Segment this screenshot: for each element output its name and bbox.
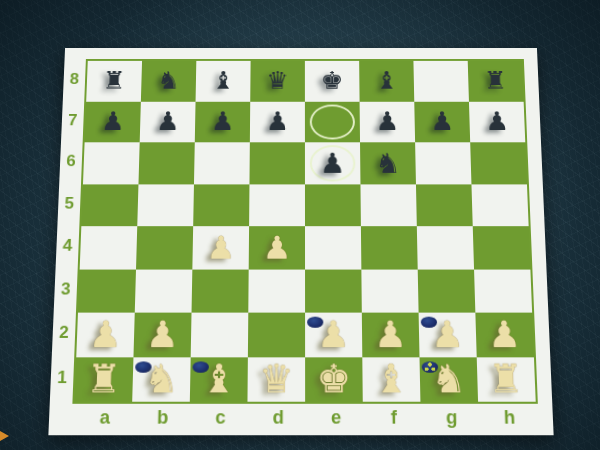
piece-white-pawn[interactable]: ♟ bbox=[305, 313, 362, 357]
square-d4[interactable]: ♟ bbox=[249, 226, 305, 269]
square-g8[interactable] bbox=[413, 61, 469, 101]
piece-black-queen[interactable]: ♛ bbox=[250, 61, 305, 101]
square-f5[interactable] bbox=[360, 184, 416, 226]
piece-black-bishop[interactable]: ♝ bbox=[196, 61, 251, 101]
piece-black-pawn[interactable]: ♟ bbox=[469, 101, 525, 142]
rank-label-2: 2 bbox=[52, 311, 76, 355]
piece-black-king[interactable]: ♚ bbox=[305, 61, 360, 101]
square-g2[interactable]: ♟ bbox=[419, 313, 477, 357]
square-a6[interactable] bbox=[83, 142, 140, 184]
square-e2[interactable]: ♟ bbox=[305, 313, 362, 357]
square-c7[interactable]: ♟ bbox=[195, 101, 250, 142]
square-e7[interactable] bbox=[305, 101, 360, 142]
square-f8[interactable]: ♝ bbox=[359, 61, 414, 101]
square-c8[interactable]: ♝ bbox=[196, 61, 251, 101]
square-g6[interactable] bbox=[415, 142, 471, 184]
square-d5[interactable] bbox=[249, 184, 305, 226]
piece-white-knight[interactable]: ♞ bbox=[132, 357, 191, 402]
piece-black-knight[interactable]: ♞ bbox=[360, 142, 416, 184]
square-e1[interactable]: ♚ bbox=[305, 357, 363, 402]
square-b7[interactable]: ♟ bbox=[140, 101, 196, 142]
piece-white-king[interactable]: ♚ bbox=[305, 357, 363, 402]
square-e5[interactable] bbox=[305, 184, 361, 226]
square-a3[interactable] bbox=[78, 269, 136, 313]
file-labels: abcdefgh bbox=[75, 404, 539, 431]
piece-black-pawn[interactable]: ♟ bbox=[85, 101, 141, 142]
square-a8[interactable]: ♜ bbox=[86, 61, 142, 101]
square-a7[interactable]: ♟ bbox=[85, 101, 141, 142]
square-d6[interactable] bbox=[249, 142, 304, 184]
piece-white-pawn[interactable]: ♟ bbox=[192, 226, 249, 269]
square-h2[interactable]: ♟ bbox=[475, 313, 534, 357]
square-a2[interactable]: ♟ bbox=[76, 313, 134, 357]
piece-black-pawn[interactable]: ♟ bbox=[305, 142, 361, 184]
square-g1[interactable]: ♞ bbox=[419, 357, 478, 402]
square-d2[interactable] bbox=[248, 313, 305, 357]
piece-white-pawn[interactable]: ♟ bbox=[76, 313, 134, 357]
rank-label-4: 4 bbox=[56, 224, 80, 267]
square-b6[interactable] bbox=[138, 142, 194, 184]
chess-board-grid: ♜♞♝♛♚♝♜♟♟♟♟♟♟♟♟♞♟♟♟♟♟♟♟♟♜♞♝♛♚♝♞♜ bbox=[72, 59, 537, 404]
piece-white-pawn[interactable]: ♟ bbox=[133, 313, 191, 357]
square-b3[interactable] bbox=[135, 269, 193, 313]
piece-white-queen[interactable]: ♛ bbox=[247, 357, 305, 402]
rank-label-6: 6 bbox=[59, 140, 82, 182]
piece-white-pawn[interactable]: ♟ bbox=[475, 313, 534, 357]
file-label-a: a bbox=[75, 404, 134, 431]
square-e6[interactable]: ♟ bbox=[305, 142, 361, 184]
file-label-f: f bbox=[365, 404, 423, 431]
square-e8[interactable]: ♚ bbox=[305, 61, 360, 101]
square-e3[interactable] bbox=[305, 269, 362, 313]
square-f2[interactable]: ♟ bbox=[362, 313, 420, 357]
piece-black-pawn[interactable]: ♟ bbox=[140, 101, 196, 142]
square-b8[interactable]: ♞ bbox=[141, 61, 196, 101]
square-h5[interactable] bbox=[471, 184, 528, 226]
piece-black-rook[interactable]: ♜ bbox=[86, 61, 142, 101]
square-c1[interactable]: ♝ bbox=[190, 357, 248, 402]
square-a1[interactable]: ♜ bbox=[75, 357, 134, 402]
square-d7[interactable]: ♟ bbox=[250, 101, 305, 142]
rank-label-1: 1 bbox=[50, 355, 74, 400]
piece-black-pawn[interactable]: ♟ bbox=[414, 101, 470, 142]
square-d8[interactable]: ♛ bbox=[250, 61, 305, 101]
piece-white-pawn[interactable]: ♟ bbox=[419, 313, 477, 357]
square-h7[interactable]: ♟ bbox=[469, 101, 525, 142]
rank-label-7: 7 bbox=[61, 99, 84, 140]
file-label-c: c bbox=[191, 404, 249, 431]
square-b5[interactable] bbox=[137, 184, 194, 226]
last-move-circle-e7 bbox=[310, 104, 355, 139]
square-h8[interactable]: ♜ bbox=[468, 61, 524, 101]
square-c3[interactable] bbox=[192, 269, 249, 313]
square-e4[interactable] bbox=[305, 226, 361, 269]
piece-white-pawn[interactable]: ♟ bbox=[362, 313, 420, 357]
square-c4[interactable]: ♟ bbox=[192, 226, 249, 269]
square-c2[interactable] bbox=[191, 313, 249, 357]
piece-black-bishop[interactable]: ♝ bbox=[359, 61, 414, 101]
square-a5[interactable] bbox=[81, 184, 138, 226]
square-b4[interactable] bbox=[136, 226, 193, 269]
square-a4[interactable] bbox=[80, 226, 138, 269]
file-label-d: d bbox=[249, 404, 307, 431]
piece-black-pawn[interactable]: ♟ bbox=[360, 101, 416, 142]
piece-black-pawn[interactable]: ♟ bbox=[195, 101, 250, 142]
file-label-h: h bbox=[480, 404, 539, 431]
square-g5[interactable] bbox=[416, 184, 473, 226]
square-c6[interactable] bbox=[194, 142, 250, 184]
square-h1[interactable]: ♜ bbox=[477, 357, 536, 402]
square-b2[interactable]: ♟ bbox=[133, 313, 191, 357]
square-f3[interactable] bbox=[361, 269, 418, 313]
piece-white-rook[interactable]: ♜ bbox=[477, 357, 536, 402]
screen-artifact bbox=[0, 431, 9, 441]
piece-white-pawn[interactable]: ♟ bbox=[249, 226, 305, 269]
square-f6[interactable]: ♞ bbox=[360, 142, 416, 184]
file-label-g: g bbox=[423, 404, 482, 431]
piece-black-rook[interactable]: ♜ bbox=[468, 61, 524, 101]
piece-white-knight[interactable]: ♞ bbox=[419, 357, 478, 402]
piece-white-bishop[interactable]: ♝ bbox=[362, 357, 420, 402]
table-background: 87654321 ♜♞♝♛♚♝♜♟♟♟♟♟♟♟♟♞♟♟♟♟♟♟♟♟♜♞♝♛♚♝♞… bbox=[0, 0, 600, 450]
square-c5[interactable] bbox=[193, 184, 249, 226]
rank-label-8: 8 bbox=[63, 59, 86, 99]
square-f4[interactable] bbox=[361, 226, 418, 269]
square-d3[interactable] bbox=[248, 269, 305, 313]
piece-white-bishop[interactable]: ♝ bbox=[190, 357, 248, 402]
square-d1[interactable]: ♛ bbox=[247, 357, 305, 402]
file-label-e: e bbox=[307, 404, 365, 431]
square-h4[interactable] bbox=[473, 226, 531, 269]
square-h6[interactable] bbox=[470, 142, 527, 184]
square-b1[interactable]: ♞ bbox=[132, 357, 191, 402]
rank-label-5: 5 bbox=[57, 182, 81, 224]
file-label-b: b bbox=[133, 404, 191, 431]
square-g4[interactable] bbox=[417, 226, 474, 269]
square-g7[interactable]: ♟ bbox=[414, 101, 470, 142]
rank-label-3: 3 bbox=[54, 267, 78, 311]
piece-white-rook[interactable]: ♜ bbox=[75, 357, 134, 402]
square-h3[interactable] bbox=[474, 269, 532, 313]
piece-black-pawn[interactable]: ♟ bbox=[250, 101, 305, 142]
chess-board-mat: 87654321 ♜♞♝♛♚♝♜♟♟♟♟♟♟♟♟♞♟♟♟♟♟♟♟♟♜♞♝♛♚♝♞… bbox=[48, 48, 553, 435]
square-f7[interactable]: ♟ bbox=[360, 101, 416, 142]
square-f1[interactable]: ♝ bbox=[362, 357, 420, 402]
piece-black-knight[interactable]: ♞ bbox=[141, 61, 196, 101]
square-g3[interactable] bbox=[418, 269, 476, 313]
